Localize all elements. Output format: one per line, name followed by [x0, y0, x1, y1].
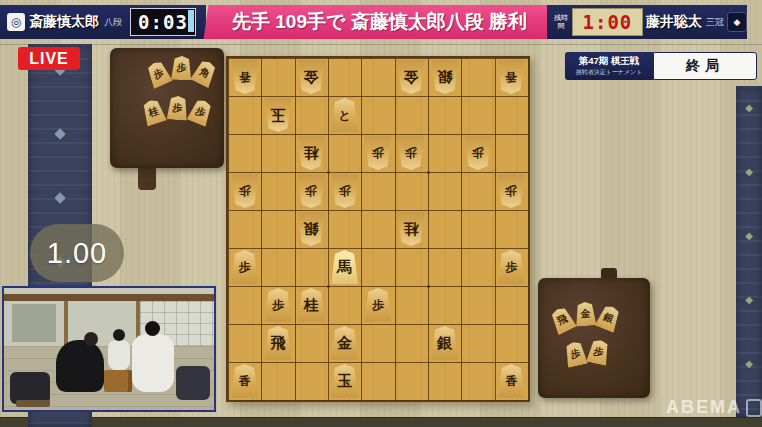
fabric-strip-right: ◆◆◆◆◆: [736, 86, 762, 417]
gote-komadai-leg: [138, 166, 156, 190]
game-status-box: 終局: [653, 52, 757, 80]
captured-piece-歩: 歩: [144, 59, 173, 89]
shogi-piece-sente-飛: 飛: [264, 326, 292, 360]
sente-player-bar: ◎ 斎藤慎太郎 八段 0:03: [0, 5, 206, 39]
fabric-diamond-motif: ◆: [745, 102, 753, 113]
shogi-piece-gote-金: 金: [297, 60, 325, 94]
shogi-piece-gote-歩: 歩: [464, 136, 492, 170]
tournament-panel: 第47期 棋王戦 挑戦者決定トーナメント 終局: [565, 52, 757, 80]
live-badge: LIVE: [18, 47, 80, 70]
shogi-piece-sente-歩: 歩: [364, 288, 392, 322]
inset-player-right-head: [145, 321, 160, 336]
captured-piece-歩: 歩: [186, 97, 214, 127]
abema-watermark: ABEMA: [666, 397, 762, 418]
captured-piece-歩: 歩: [563, 340, 589, 368]
shogi-piece-gote-歩: 歩: [364, 136, 392, 170]
shogi-piece-sente-香: 香: [231, 364, 259, 398]
shogi-piece-gote-銀: 銀: [431, 60, 459, 94]
shogi-piece-sente-香: 香: [497, 364, 525, 398]
captured-piece-桂: 桂: [140, 97, 167, 126]
clock-cursor: [188, 10, 194, 32]
shogi-piece-gote-歩: 歩: [397, 136, 425, 170]
shogi-piece-gote-香: 香: [497, 60, 525, 94]
fabric-diamond-motif: ◆: [54, 124, 66, 142]
shogi-piece-gote-歩: 歩: [497, 174, 525, 208]
sente-crest-icon: ◎: [7, 13, 25, 31]
inset-person-middle-head: [113, 329, 125, 341]
tatami-seam: [0, 44, 762, 45]
fabric-diamond-motif: ◆: [745, 294, 753, 305]
inset-ceiling-beam: [4, 294, 214, 301]
inset-player-right: [132, 334, 174, 392]
captured-piece-飛: 飛: [548, 305, 577, 336]
tournament-title: 第47期 棋王戦 挑戦者決定トーナメント: [565, 52, 653, 80]
shogi-piece-gote-歩: 歩: [297, 174, 325, 208]
shogi-board: 香金金銀香玉桂歩歩歩歩歩歩歩銀桂と歩馬歩歩桂歩飛金銀香玉香: [226, 56, 530, 402]
shogi-piece-gote-歩: 歩: [331, 174, 359, 208]
captured-piece-角: 角: [190, 58, 219, 89]
inset-window: [12, 304, 56, 342]
shogi-piece-gote-玉: 玉: [264, 98, 292, 132]
shogi-piece-sente-玉: 玉: [331, 364, 359, 398]
captured-piece-歩: 歩: [166, 95, 189, 120]
inset-post: [64, 301, 68, 346]
inset-player-left: [56, 340, 104, 392]
hoshi-dot: [327, 285, 330, 288]
shogi-piece-sente-金: 金: [331, 326, 359, 360]
captured-piece-金: 金: [574, 301, 597, 326]
inset-bag-right: [176, 366, 210, 400]
gote-name: 藤井聡太: [646, 13, 702, 31]
fabric-diamond-motif: ◆: [745, 358, 753, 369]
inset-shogi-board: [104, 370, 132, 392]
shogi-piece-gote-香: 香: [231, 60, 259, 94]
captured-piece-歩: 歩: [171, 56, 193, 81]
hoshi-dot: [327, 171, 330, 174]
gote-crest-icon: ◆: [727, 12, 747, 32]
fabric-diamond-motif: ◆: [54, 188, 66, 206]
captured-piece-歩: 歩: [586, 338, 612, 366]
gote-player-bar: 残時間 1:00 藤井聡太 三冠 ◆: [547, 5, 747, 39]
broadcast-frame: ◆◆◆◆◆◆ ◆◆◆◆◆ 歩歩角桂歩歩 飛金銀歩歩 香金金銀香玉桂歩歩歩歩歩歩歩…: [0, 0, 762, 427]
video-inset: [2, 286, 216, 412]
evaluation-bubble: 1.00: [30, 224, 124, 282]
captured-piece-銀: 銀: [594, 303, 622, 333]
result-banner: 先手 109手で 斎藤慎太郎八段 勝利: [204, 5, 555, 39]
shogi-piece-gote-銀: 銀: [297, 212, 325, 246]
abema-logo-icon: [746, 399, 762, 417]
sente-rank: 八段: [104, 16, 122, 29]
shogi-piece-sente-と: と: [331, 98, 359, 132]
shogi-piece-sente-歩: 歩: [231, 250, 259, 284]
shogi-piece-gote-歩: 歩: [231, 174, 259, 208]
fabric-diamond-motif: ◆: [745, 230, 753, 241]
fabric-diamond-motif: ◆: [745, 166, 753, 177]
inset-person-middle: [108, 340, 130, 370]
shogi-piece-sente-桂: 桂: [297, 288, 325, 322]
hoshi-dot: [427, 285, 430, 288]
hoshi-dot: [427, 171, 430, 174]
shogi-piece-gote-桂: 桂: [297, 136, 325, 170]
shogi-piece-sente-歩: 歩: [497, 250, 525, 284]
shogi-piece-sente-銀: 銀: [431, 326, 459, 360]
tatami-edge-band: [0, 417, 762, 427]
gote-clock: 1:00: [572, 8, 643, 36]
shogi-piece-gote-桂: 桂: [397, 212, 425, 246]
shogi-piece-gote-金: 金: [397, 60, 425, 94]
sente-clock: 0:03: [130, 8, 196, 36]
remaining-time-label: 残時間: [553, 14, 569, 30]
inset-player-left-head: [84, 332, 98, 346]
sente-name: 斎藤慎太郎: [29, 13, 99, 31]
inset-tea-tray: [16, 400, 50, 407]
shogi-piece-sente-歩: 歩: [264, 288, 292, 322]
sente-komadai: 飛金銀歩歩: [538, 278, 650, 398]
shogi-piece-sente-馬: 馬: [331, 250, 359, 284]
gote-komadai: 歩歩角桂歩歩: [110, 48, 224, 168]
gote-rank: 三冠: [706, 16, 724, 29]
